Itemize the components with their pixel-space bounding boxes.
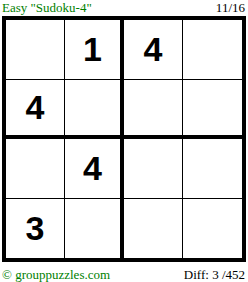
copyright: © grouppuzzles.com xyxy=(2,268,110,281)
sudoku-board: 1 4 4 4 3 xyxy=(2,16,246,262)
cell-r1c4[interactable] xyxy=(183,20,242,80)
puzzle-title: Easy "Sudoku-4" xyxy=(2,1,92,14)
difficulty: Diff: 3 /452 xyxy=(184,268,245,281)
cell-r1c3[interactable]: 4 xyxy=(124,20,183,80)
puzzle-date: 11/16 xyxy=(216,1,245,14)
cell-r1c2[interactable]: 1 xyxy=(65,20,124,80)
cell-r4c3[interactable] xyxy=(124,199,183,259)
cell-r2c3[interactable] xyxy=(124,80,183,140)
header: Easy "Sudoku-4" 11/16 xyxy=(0,0,248,16)
cell-r4c4[interactable] xyxy=(183,199,242,259)
cell-r4c2[interactable] xyxy=(65,199,124,259)
sudoku-page: Easy "Sudoku-4" 11/16 1 4 4 4 3 © groupp… xyxy=(0,0,248,282)
cell-r3c1[interactable] xyxy=(6,139,65,199)
cell-r3c2[interactable]: 4 xyxy=(65,139,124,199)
cell-r4c1[interactable]: 3 xyxy=(6,199,65,259)
cell-r2c1[interactable]: 4 xyxy=(6,80,65,140)
cell-r3c3[interactable] xyxy=(124,139,183,199)
cell-r1c1[interactable] xyxy=(6,20,65,80)
footer: © grouppuzzles.com Diff: 3 /452 xyxy=(0,262,248,281)
cell-r2c2[interactable] xyxy=(65,80,124,140)
cell-r2c4[interactable] xyxy=(183,80,242,140)
cell-r3c4[interactable] xyxy=(183,139,242,199)
